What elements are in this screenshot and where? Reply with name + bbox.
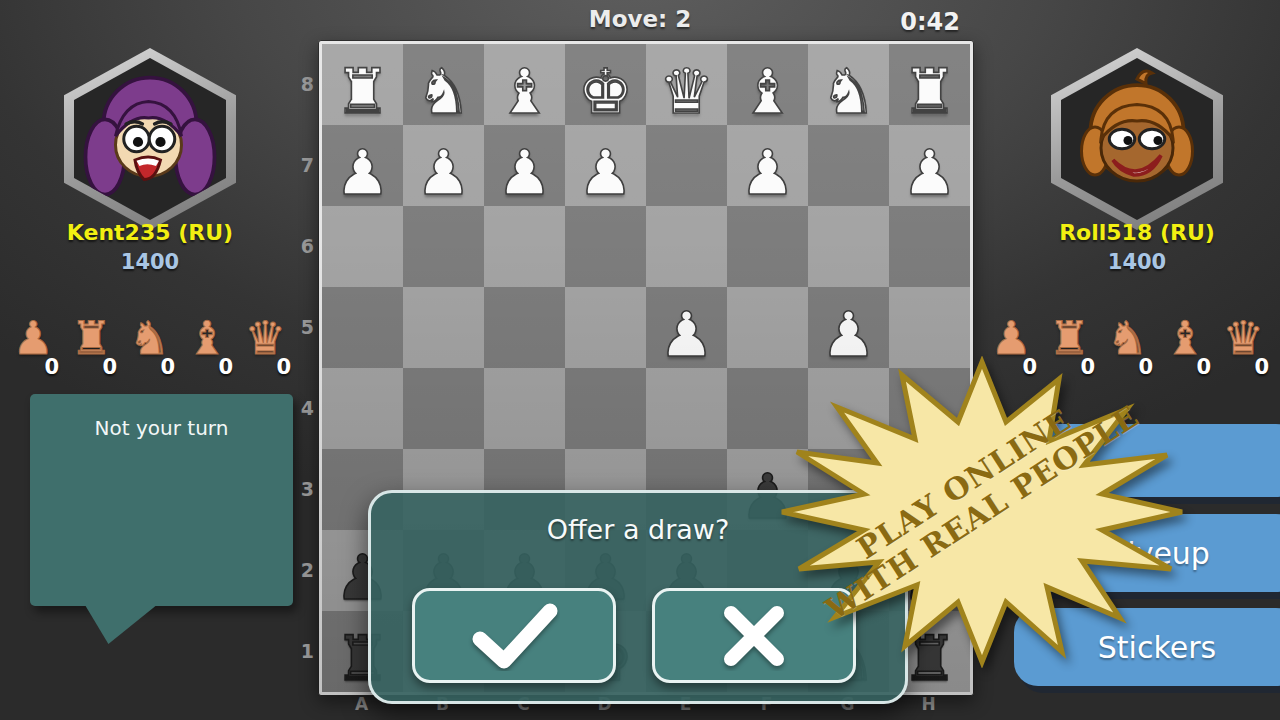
- piece-white-bishop[interactable]: ♝: [740, 61, 796, 123]
- player-right-avatar[interactable]: [1051, 48, 1223, 230]
- square-f8[interactable]: ♝: [727, 44, 808, 125]
- checkmark-icon: [468, 601, 560, 671]
- captured-queen-count: 0: [1254, 355, 1269, 379]
- square-d6[interactable]: [565, 206, 646, 287]
- giveup-button[interactable]: Giveup: [1014, 514, 1280, 592]
- rank-label-8: 8: [288, 43, 314, 124]
- piece-white-bishop[interactable]: ♝: [497, 61, 553, 123]
- square-g4[interactable]: [808, 368, 889, 449]
- square-f7[interactable]: ♟: [727, 125, 808, 206]
- piece-white-rook[interactable]: ♜: [902, 61, 958, 123]
- piece-white-pawn[interactable]: ♟: [578, 142, 634, 204]
- square-c6[interactable]: [484, 206, 565, 287]
- captured-rook-count: 0: [1080, 355, 1095, 379]
- square-a7[interactable]: ♟: [322, 125, 403, 206]
- stickers-button-label: Stickers: [1098, 630, 1216, 665]
- cross-icon: [719, 601, 789, 671]
- player-left-rating: 1400: [0, 250, 300, 274]
- square-a5[interactable]: [322, 287, 403, 368]
- square-b6[interactable]: [403, 206, 484, 287]
- avatar-hex-frame: [64, 48, 236, 230]
- square-d8[interactable]: ♚: [565, 44, 646, 125]
- move-counter: Move: 2: [0, 6, 1280, 32]
- captured-knight-indicator: ♞0: [1098, 303, 1156, 373]
- rank-label-7: 7: [288, 124, 314, 205]
- captured-queen-count: 0: [276, 355, 291, 379]
- square-c4[interactable]: [484, 368, 565, 449]
- square-e6[interactable]: [646, 206, 727, 287]
- decline-draw-button[interactable]: [652, 588, 856, 683]
- square-g8[interactable]: ♞: [808, 44, 889, 125]
- speech-bubble-tail: [78, 604, 158, 644]
- captured-rook-indicator: ♜0: [62, 303, 120, 373]
- captured-bishop-indicator: ♝0: [178, 303, 236, 373]
- square-e7[interactable]: [646, 125, 727, 206]
- captured-bishop-indicator: ♝0: [1156, 303, 1214, 373]
- captured-bishop-count: 0: [1196, 355, 1211, 379]
- square-b7[interactable]: ♟: [403, 125, 484, 206]
- game-timer: 0:42: [850, 8, 960, 36]
- square-h5[interactable]: [889, 287, 970, 368]
- piece-white-pawn[interactable]: ♟: [416, 142, 472, 204]
- piece-white-pawn[interactable]: ♟: [335, 142, 391, 204]
- square-g6[interactable]: [808, 206, 889, 287]
- piece-white-queen[interactable]: ♛: [659, 61, 715, 123]
- square-e8[interactable]: ♛: [646, 44, 727, 125]
- square-d5[interactable]: [565, 287, 646, 368]
- square-c7[interactable]: ♟: [484, 125, 565, 206]
- player-left-name: Kent235 (RU): [0, 220, 300, 245]
- captured-pawn-indicator: ♟0: [982, 303, 1040, 373]
- captured-queen-indicator: ♛0: [236, 303, 294, 373]
- rank-label-1: 1: [288, 610, 314, 691]
- square-a4[interactable]: [322, 368, 403, 449]
- dialog-title: Offer a draw?: [368, 514, 908, 545]
- square-a8[interactable]: ♜: [322, 44, 403, 125]
- orange-haired-kid-avatar-image: [1062, 59, 1212, 219]
- square-a6[interactable]: [322, 206, 403, 287]
- captured-knight-count: 0: [160, 355, 175, 379]
- piece-white-pawn[interactable]: ♟: [902, 142, 958, 204]
- player-left-avatar[interactable]: [64, 48, 236, 230]
- stickers-button[interactable]: Stickers: [1014, 608, 1280, 686]
- piece-black-pawn[interactable]: ♟: [902, 547, 958, 609]
- captured-tray-left: ♟0♜0♞0♝0♛0: [4, 303, 296, 373]
- square-d7[interactable]: ♟: [565, 125, 646, 206]
- square-e4[interactable]: [646, 368, 727, 449]
- piece-white-pawn[interactable]: ♟: [659, 304, 715, 366]
- side-button-top[interactable]: [1014, 424, 1280, 497]
- captured-pawn-count: 0: [44, 355, 59, 379]
- giveup-button-label: Giveup: [1104, 536, 1210, 571]
- square-h7[interactable]: ♟: [889, 125, 970, 206]
- square-c8[interactable]: ♝: [484, 44, 565, 125]
- piece-white-knight[interactable]: ♞: [821, 61, 877, 123]
- piece-black-rook[interactable]: ♜: [902, 628, 958, 690]
- game-screen: Move: 2 0:42 87654321 ABCDEFGH ♜♞♝♚♛♝♞♜♟…: [0, 0, 1280, 720]
- square-f4[interactable]: [727, 368, 808, 449]
- piece-white-pawn[interactable]: ♟: [740, 142, 796, 204]
- square-b5[interactable]: [403, 287, 484, 368]
- square-f5[interactable]: [727, 287, 808, 368]
- piece-white-pawn[interactable]: ♟: [497, 142, 553, 204]
- player-right-rating: 1400: [987, 250, 1280, 274]
- captured-knight-indicator: ♞0: [120, 303, 178, 373]
- purple-haired-girl-avatar-image: [75, 59, 225, 219]
- captured-queen-indicator: ♛0: [1214, 303, 1272, 373]
- captured-pawn-indicator: ♟0: [4, 303, 62, 373]
- captured-pawn-count: 0: [1022, 355, 1037, 379]
- piece-white-pawn[interactable]: ♟: [821, 304, 877, 366]
- status-text: Not your turn: [30, 416, 293, 440]
- player-right-name: Roll518 (RU): [987, 220, 1280, 245]
- square-g7[interactable]: [808, 125, 889, 206]
- square-d4[interactable]: [565, 368, 646, 449]
- square-h6[interactable]: [889, 206, 970, 287]
- square-h4[interactable]: [889, 368, 970, 449]
- square-b8[interactable]: ♞: [403, 44, 484, 125]
- captured-rook-indicator: ♜0: [1040, 303, 1098, 373]
- square-g5[interactable]: ♟: [808, 287, 889, 368]
- square-e5[interactable]: ♟: [646, 287, 727, 368]
- square-f6[interactable]: [727, 206, 808, 287]
- square-b4[interactable]: [403, 368, 484, 449]
- square-h8[interactable]: ♜: [889, 44, 970, 125]
- captured-rook-count: 0: [102, 355, 117, 379]
- captured-tray-right: ♟0♜0♞0♝0♛0: [982, 303, 1274, 373]
- piece-white-rook[interactable]: ♜: [335, 61, 391, 123]
- piece-white-knight[interactable]: ♞: [416, 61, 472, 123]
- square-c5[interactable]: [484, 287, 565, 368]
- avatar-hex-frame: [1051, 48, 1223, 230]
- accept-draw-button[interactable]: [412, 588, 616, 683]
- piece-white-king[interactable]: ♚: [578, 61, 634, 123]
- captured-knight-count: 0: [1138, 355, 1153, 379]
- captured-bishop-count: 0: [218, 355, 233, 379]
